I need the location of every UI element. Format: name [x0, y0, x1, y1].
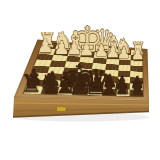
- square-f8: [57, 87, 74, 95]
- square-d8: [87, 88, 102, 95]
- chess-board: [14, 40, 149, 100]
- board-grid: [24, 43, 143, 97]
- brass-latch: [56, 106, 66, 111]
- square-c8: [102, 89, 117, 96]
- square-a8: [130, 90, 143, 97]
- chess-set-photo: ♜♞♝♛♚♝♞♜♟♟♟♟♟♟♟♟♟♟♟♟♟♟♟♟♜♞♝♛♚♝♞♜: [0, 0, 160, 160]
- square-e8: [72, 88, 88, 96]
- square-b8: [116, 89, 130, 96]
